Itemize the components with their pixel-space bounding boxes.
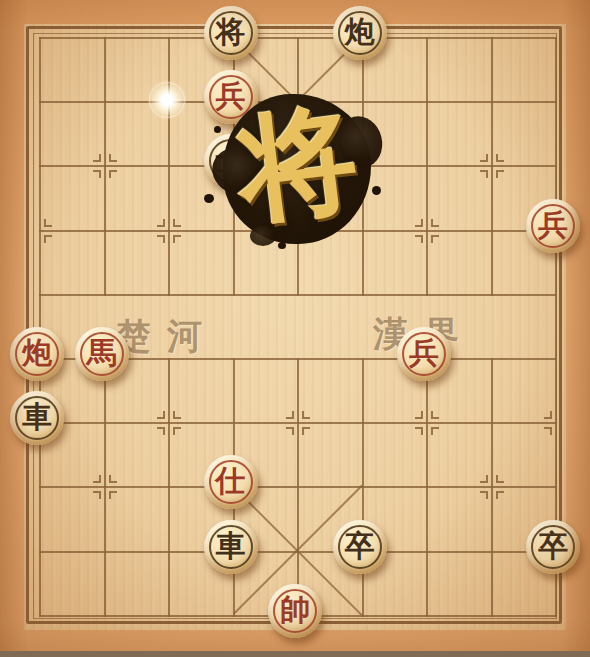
piece-glyph: 炮 bbox=[22, 338, 52, 368]
position-marker bbox=[93, 170, 101, 178]
position-marker bbox=[93, 475, 101, 483]
check-banner-text: 将 bbox=[232, 98, 364, 230]
piece-red-advisor[interactable]: 仕 bbox=[204, 455, 258, 509]
grid-line bbox=[104, 358, 106, 617]
piece-red-soldier[interactable]: 兵 bbox=[397, 327, 451, 381]
piece-black-chariot[interactable]: 車 bbox=[204, 520, 258, 574]
position-marker bbox=[109, 491, 117, 499]
grid-line bbox=[168, 358, 170, 617]
position-marker bbox=[480, 491, 488, 499]
position-marker bbox=[157, 235, 165, 243]
grid-line bbox=[426, 358, 428, 617]
position-marker bbox=[173, 411, 181, 419]
position-marker bbox=[93, 491, 101, 499]
piece-glyph: 帥 bbox=[280, 595, 310, 625]
sparkle-glow bbox=[147, 80, 187, 120]
ink-splatter-dot bbox=[204, 194, 214, 203]
piece-glyph: 炮 bbox=[345, 17, 375, 47]
position-marker bbox=[286, 411, 294, 419]
piece-black-soldier[interactable]: 卒 bbox=[526, 520, 580, 574]
position-marker bbox=[431, 411, 439, 419]
position-marker bbox=[93, 154, 101, 162]
piece-glyph: 卒 bbox=[538, 531, 568, 561]
grid-line bbox=[168, 37, 170, 296]
piece-black-soldier[interactable]: 卒 bbox=[333, 520, 387, 574]
position-marker bbox=[109, 475, 117, 483]
piece-red-general[interactable]: 帥 bbox=[268, 584, 322, 638]
ink-splatter-dot bbox=[278, 242, 286, 249]
position-marker bbox=[496, 154, 504, 162]
piece-glyph: 車 bbox=[216, 531, 246, 561]
check-banner: 将 bbox=[220, 90, 376, 246]
piece-glyph: 卒 bbox=[345, 531, 375, 561]
position-marker bbox=[544, 427, 552, 435]
grid-line bbox=[491, 37, 493, 296]
position-marker bbox=[109, 154, 117, 162]
grid-line bbox=[297, 358, 299, 617]
piece-glyph: 兵 bbox=[538, 210, 568, 240]
position-marker bbox=[431, 219, 439, 227]
position-marker bbox=[286, 427, 294, 435]
grid-line bbox=[491, 358, 493, 617]
piece-glyph: 車 bbox=[22, 402, 52, 432]
xiangqi-game-screen: 楚河 漢界 将炮兵士兵炮馬兵車仕車卒卒帥 将 bbox=[0, 0, 590, 657]
move-origin-sparkle bbox=[147, 80, 187, 120]
piece-red-soldier[interactable]: 兵 bbox=[526, 199, 580, 253]
piece-glyph: 仕 bbox=[216, 466, 246, 496]
position-marker bbox=[415, 411, 423, 419]
position-marker bbox=[302, 411, 310, 419]
ink-splatter-dot bbox=[214, 126, 221, 133]
position-marker bbox=[44, 219, 52, 227]
position-marker bbox=[496, 491, 504, 499]
grid-line bbox=[362, 358, 364, 617]
position-marker bbox=[173, 427, 181, 435]
position-marker bbox=[302, 427, 310, 435]
piece-red-horse[interactable]: 馬 bbox=[75, 327, 129, 381]
ink-splatter-dot bbox=[372, 186, 381, 195]
position-marker bbox=[157, 411, 165, 419]
piece-black-cannon[interactable]: 炮 bbox=[333, 6, 387, 60]
piece-glyph: 将 bbox=[216, 17, 246, 47]
bottom-edge-strip bbox=[0, 651, 590, 657]
position-marker bbox=[415, 235, 423, 243]
position-marker bbox=[480, 170, 488, 178]
position-marker bbox=[415, 219, 423, 227]
position-marker bbox=[173, 235, 181, 243]
position-marker bbox=[157, 427, 165, 435]
position-marker bbox=[480, 154, 488, 162]
position-marker bbox=[544, 411, 552, 419]
river-label-chuhe: 楚河 bbox=[116, 313, 218, 360]
position-marker bbox=[173, 219, 181, 227]
position-marker bbox=[431, 427, 439, 435]
piece-glyph: 兵 bbox=[409, 338, 439, 368]
position-marker bbox=[157, 219, 165, 227]
piece-black-chariot[interactable]: 車 bbox=[10, 391, 64, 445]
grid-line bbox=[426, 37, 428, 296]
position-marker bbox=[480, 475, 488, 483]
piece-black-general[interactable]: 将 bbox=[204, 6, 258, 60]
position-marker bbox=[496, 170, 504, 178]
piece-red-cannon[interactable]: 炮 bbox=[10, 327, 64, 381]
position-marker bbox=[431, 235, 439, 243]
position-marker bbox=[109, 170, 117, 178]
position-marker bbox=[44, 235, 52, 243]
piece-glyph: 馬 bbox=[87, 338, 117, 368]
grid-line bbox=[104, 37, 106, 296]
position-marker bbox=[496, 475, 504, 483]
position-marker bbox=[415, 427, 423, 435]
